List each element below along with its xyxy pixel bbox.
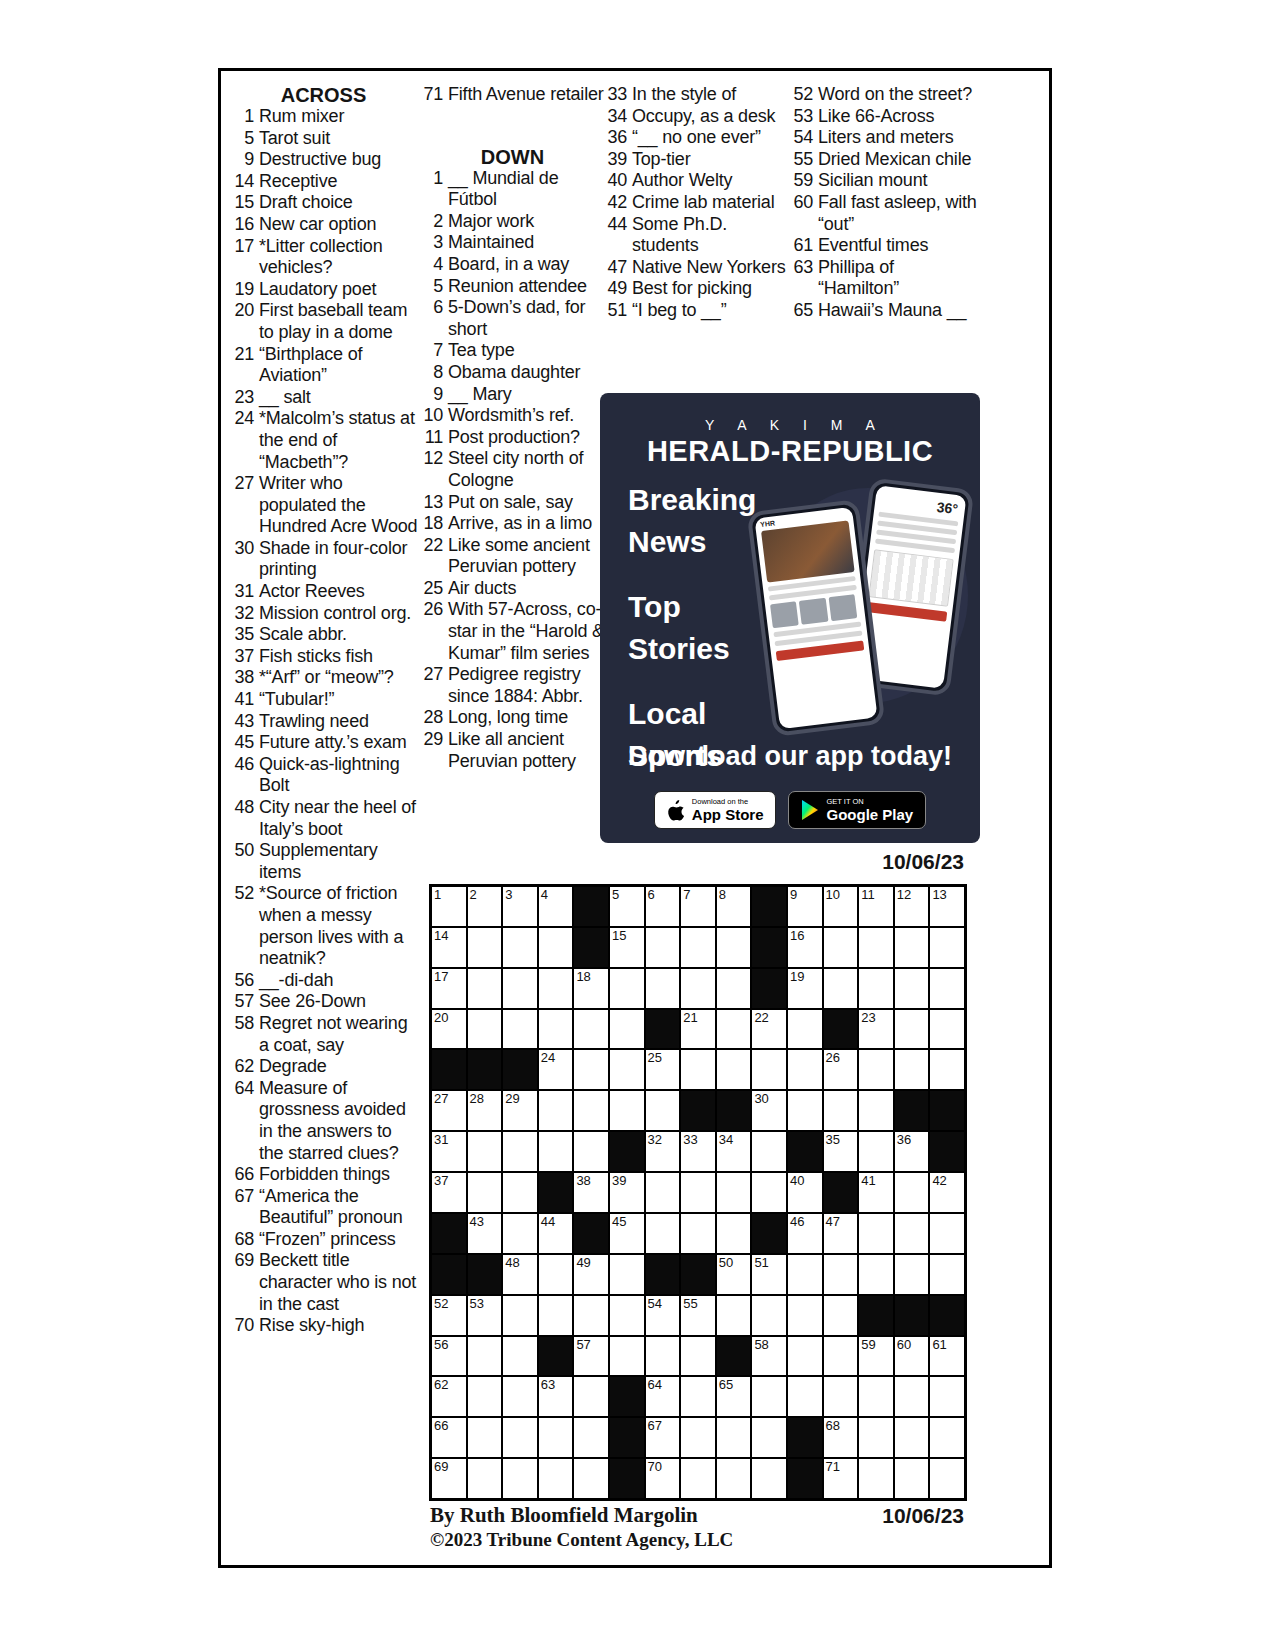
clue-number: 57 <box>228 991 254 1013</box>
grid-cell[interactable]: 60 <box>894 1336 930 1377</box>
clue-number: 42 <box>601 192 627 214</box>
grid-cell[interactable] <box>680 1458 716 1499</box>
grid-cell[interactable]: 48 <box>502 1254 538 1295</box>
grid-cell[interactable] <box>894 927 930 968</box>
grid-cell[interactable]: 55 <box>680 1295 716 1336</box>
clue-number: 68 <box>228 1229 254 1251</box>
grid-cell[interactable] <box>894 1417 930 1458</box>
grid-cell[interactable] <box>858 1376 894 1417</box>
grid-cell[interactable] <box>823 968 859 1009</box>
cell-number: 44 <box>541 1214 555 1229</box>
grid-cell[interactable]: 8 <box>716 886 752 927</box>
cell-number: 40 <box>790 1173 804 1188</box>
grid-cell[interactable] <box>751 1376 787 1417</box>
grid-cell[interactable] <box>716 1049 752 1090</box>
grid-cell[interactable]: 70 <box>645 1458 681 1499</box>
grid-cell[interactable] <box>751 1049 787 1090</box>
clue: 10Wordsmith’s ref. <box>417 405 608 427</box>
grid-cell[interactable] <box>716 968 752 1009</box>
grid-cell[interactable]: 4 <box>538 886 574 927</box>
clue-text: Like some ancient Peruvian pottery <box>448 535 608 578</box>
grid-cell[interactable] <box>467 1131 503 1172</box>
grid-cell[interactable]: 16 <box>787 927 823 968</box>
cell-number: 7 <box>683 887 690 902</box>
grid-cell[interactable]: 42 <box>929 1172 965 1213</box>
black-cell <box>929 1295 965 1336</box>
grid-cell[interactable] <box>680 1049 716 1090</box>
grid-cell[interactable]: 18 <box>573 968 609 1009</box>
grid-cell[interactable]: 54 <box>645 1295 681 1336</box>
clue-number: 14 <box>228 171 254 193</box>
cell-number: 4 <box>541 887 548 902</box>
grid-cell[interactable] <box>680 968 716 1009</box>
grid-cell[interactable] <box>538 968 574 1009</box>
grid-cell[interactable] <box>823 1336 859 1377</box>
grid-cell[interactable] <box>787 1254 823 1295</box>
grid-cell[interactable]: 30 <box>751 1090 787 1131</box>
grid-cell[interactable]: 33 <box>680 1131 716 1172</box>
grid-cell[interactable] <box>467 1336 503 1377</box>
grid-cell[interactable] <box>787 1090 823 1131</box>
black-cell <box>645 1254 681 1295</box>
clue: 19Laudatory poet <box>228 279 419 301</box>
grid-cell[interactable]: 37 <box>431 1172 467 1213</box>
grid-cell[interactable] <box>609 1336 645 1377</box>
clue: 26With 57-Across, co-star in the “Harold… <box>417 599 608 664</box>
grid-cell[interactable] <box>467 1376 503 1417</box>
clue-text: Tea type <box>448 340 608 362</box>
grid-cell[interactable]: 9 <box>787 886 823 927</box>
clue-number: 54 <box>787 127 813 149</box>
grid-cell[interactable]: 58 <box>751 1336 787 1377</box>
grid-cell[interactable]: 24 <box>538 1049 574 1090</box>
ad-feature: BreakingNews <box>628 479 756 563</box>
clue-text: Native New Yorkers <box>632 257 792 279</box>
grid-cell[interactable]: 19 <box>787 968 823 1009</box>
black-cell <box>858 1295 894 1336</box>
grid-cell[interactable] <box>787 1009 823 1050</box>
cell-number: 20 <box>434 1010 448 1025</box>
grid-cell[interactable]: 10 <box>823 886 859 927</box>
grid-cell[interactable] <box>929 1049 965 1090</box>
grid-cell[interactable]: 41 <box>858 1172 894 1213</box>
clue-text: “America the Beautiful” pronoun <box>259 1186 419 1229</box>
grid-cell[interactable] <box>680 1336 716 1377</box>
grid-cell[interactable] <box>894 1172 930 1213</box>
grid-cell[interactable] <box>680 1417 716 1458</box>
grid-cell[interactable] <box>467 1009 503 1050</box>
grid-cell[interactable] <box>538 1458 574 1499</box>
google-play-badge[interactable]: GET IT ON Google Play <box>788 791 926 829</box>
grid-cell[interactable] <box>858 968 894 1009</box>
grid-cell[interactable] <box>538 1131 574 1172</box>
grid-cell[interactable]: 36 <box>894 1131 930 1172</box>
grid-cell[interactable]: 27 <box>431 1090 467 1131</box>
grid-cell[interactable]: 25 <box>645 1049 681 1090</box>
grid-cell[interactable] <box>538 1254 574 1295</box>
cell-number: 56 <box>434 1337 448 1352</box>
crossword-grid: 1234567891011121314151617181920212223242… <box>429 884 967 1501</box>
clue-text: Rise sky-high <box>259 1315 419 1337</box>
grid-cell[interactable] <box>680 927 716 968</box>
grid-cell[interactable] <box>858 1213 894 1254</box>
grid-cell[interactable]: 22 <box>751 1009 787 1050</box>
newspaper-crossword-page: { "game": "crossword", "title": "LA Time… <box>0 0 1265 1638</box>
grid-cell[interactable] <box>502 1336 538 1377</box>
grid-cell[interactable]: 28 <box>467 1090 503 1131</box>
grid-cell[interactable] <box>645 968 681 1009</box>
clue-text: Trawling need <box>259 711 419 733</box>
clue-number: 55 <box>787 149 813 171</box>
grid-cell[interactable] <box>929 968 965 1009</box>
clue: 5Reunion attendee <box>417 276 608 298</box>
grid-cell[interactable] <box>573 1458 609 1499</box>
grid-cell[interactable] <box>858 1131 894 1172</box>
grid-cell[interactable] <box>823 1090 859 1131</box>
grid-cell[interactable] <box>716 1213 752 1254</box>
grid-cell[interactable]: 61 <box>929 1336 965 1377</box>
cell-number: 22 <box>754 1010 768 1025</box>
cell-number: 18 <box>576 969 590 984</box>
grid-cell[interactable]: 11 <box>858 886 894 927</box>
grid-cell[interactable]: 40 <box>787 1172 823 1213</box>
grid-cell[interactable]: 52 <box>431 1295 467 1336</box>
grid-cell[interactable] <box>894 1254 930 1295</box>
clue: 52Word on the street? <box>787 84 978 106</box>
grid-cell[interactable] <box>467 1458 503 1499</box>
cell-number: 5 <box>612 887 619 902</box>
clue-text: Occupy, as a desk <box>632 106 792 128</box>
grid-cell[interactable] <box>502 1131 538 1172</box>
cell-number: 43 <box>470 1214 484 1229</box>
clue-number: 40 <box>601 170 627 192</box>
grid-cell[interactable]: 34 <box>716 1131 752 1172</box>
grid-cell[interactable] <box>751 1295 787 1336</box>
clue-number: 39 <box>601 149 627 171</box>
grid-cell[interactable] <box>609 1295 645 1336</box>
grid-cell[interactable]: 53 <box>467 1295 503 1336</box>
grid-cell[interactable] <box>573 1049 609 1090</box>
clue-text: Author Welty <box>632 170 792 192</box>
grid-cell[interactable] <box>502 968 538 1009</box>
grid-cell[interactable] <box>929 1376 965 1417</box>
grid-cell[interactable] <box>751 1172 787 1213</box>
app-store-label: App Store <box>692 807 764 822</box>
grid-cell[interactable] <box>751 1417 787 1458</box>
grid-cell[interactable] <box>894 968 930 1009</box>
grid-cell[interactable] <box>823 1254 859 1295</box>
grid-cell[interactable] <box>929 1458 965 1499</box>
grid-cell[interactable]: 71 <box>823 1458 859 1499</box>
cell-number: 62 <box>434 1377 448 1392</box>
grid-cell[interactable] <box>502 1213 538 1254</box>
grid-cell[interactable] <box>787 1336 823 1377</box>
grid-cell[interactable] <box>538 1009 574 1050</box>
black-cell <box>573 927 609 968</box>
black-cell <box>751 886 787 927</box>
grid-cell[interactable] <box>751 1131 787 1172</box>
clue-text: Reunion attendee <box>448 276 608 298</box>
grid-cell[interactable] <box>502 1009 538 1050</box>
grid-cell[interactable] <box>787 1376 823 1417</box>
clue: 38*“Arf” or “meow”? <box>228 667 419 689</box>
grid-cell[interactable] <box>929 1009 965 1050</box>
grid-cell[interactable] <box>538 1090 574 1131</box>
grid-cell[interactable] <box>858 1417 894 1458</box>
grid-cell[interactable] <box>609 1009 645 1050</box>
clue: 55Dried Mexican chile <box>787 149 978 171</box>
black-cell <box>609 1131 645 1172</box>
grid-cell[interactable]: 31 <box>431 1131 467 1172</box>
grid-cell[interactable] <box>716 1458 752 1499</box>
clue: 22Like some ancient Peruvian pottery <box>417 535 608 578</box>
cell-number: 34 <box>719 1132 733 1147</box>
clue-number: 5 <box>417 276 443 298</box>
grid-cell[interactable] <box>502 1458 538 1499</box>
grid-cell[interactable] <box>573 1417 609 1458</box>
grid-cell[interactable]: 65 <box>716 1376 752 1417</box>
clue-text: New car option <box>259 214 419 236</box>
grid-cell[interactable] <box>929 1254 965 1295</box>
cell-number: 61 <box>932 1337 946 1352</box>
cell-number: 8 <box>719 887 726 902</box>
grid-cell[interactable] <box>894 1213 930 1254</box>
clue-number: 5 <box>228 128 254 150</box>
clue-number: 66 <box>228 1164 254 1186</box>
grid-cell[interactable] <box>823 1376 859 1417</box>
cell-number: 19 <box>790 969 804 984</box>
clue-text: Mission control org. <box>259 603 419 625</box>
grid-cell[interactable] <box>609 1090 645 1131</box>
grid-cell[interactable] <box>716 1009 752 1050</box>
clue-text: *Source of friction when a messy person … <box>259 883 419 969</box>
grid-cell[interactable]: 5 <box>609 886 645 927</box>
grid-cell[interactable] <box>467 927 503 968</box>
grid-cell[interactable] <box>858 1090 894 1131</box>
grid-cell[interactable] <box>680 1172 716 1213</box>
clue: 50Supplementary items <box>228 840 419 883</box>
grid-cell[interactable] <box>929 1417 965 1458</box>
grid-cell[interactable] <box>716 927 752 968</box>
google-play-tagline: GET IT ON <box>826 798 913 806</box>
grid-cell[interactable]: 50 <box>716 1254 752 1295</box>
grid-cell[interactable]: 1 <box>431 886 467 927</box>
grid-cell[interactable] <box>538 1417 574 1458</box>
clue-number: 48 <box>228 797 254 840</box>
grid-cell[interactable]: 47 <box>823 1213 859 1254</box>
grid-cell[interactable]: 66 <box>431 1417 467 1458</box>
grid-cell[interactable]: 57 <box>573 1336 609 1377</box>
copyright-line: ©2023 Tribune Content Agency, LLC <box>430 1529 733 1551</box>
clue-text: Obama daughter <box>448 362 608 384</box>
grid-cell[interactable]: 64 <box>645 1376 681 1417</box>
grid-cell[interactable]: 62 <box>431 1376 467 1417</box>
clue: 25Air ducts <box>417 578 608 600</box>
clue-number: 45 <box>228 732 254 754</box>
grid-cell[interactable] <box>858 1049 894 1090</box>
grid-cell[interactable] <box>609 1254 645 1295</box>
grid-cell[interactable] <box>716 1295 752 1336</box>
clue-text: Like all ancient Peruvian pottery <box>448 729 608 772</box>
cell-number: 53 <box>470 1296 484 1311</box>
grid-cell[interactable]: 23 <box>858 1009 894 1050</box>
grid-cell[interactable] <box>573 1376 609 1417</box>
clue-number: 21 <box>228 344 254 387</box>
grid-cell[interactable]: 15 <box>609 927 645 968</box>
grid-cell[interactable] <box>894 1376 930 1417</box>
clue-column-across: ACROSS1Rum mixer5Tarot suit9Destructive … <box>228 84 419 1337</box>
grid-cell[interactable] <box>609 968 645 1009</box>
grid-cell[interactable]: 39 <box>609 1172 645 1213</box>
grid-cell[interactable] <box>467 1172 503 1213</box>
clue-number: 70 <box>228 1315 254 1337</box>
grid-cell[interactable]: 26 <box>823 1049 859 1090</box>
grid-cell[interactable]: 69 <box>431 1458 467 1499</box>
grid-cell[interactable] <box>573 1131 609 1172</box>
grid-cell[interactable] <box>894 1049 930 1090</box>
grid-cell[interactable] <box>502 1172 538 1213</box>
grid-cell[interactable]: 56 <box>431 1336 467 1377</box>
grid-cell[interactable]: 21 <box>680 1009 716 1050</box>
clue-number: 22 <box>417 535 443 578</box>
clue-text: Pedigree registry since 1884: Abbr. <box>448 664 608 707</box>
grid-cell[interactable] <box>467 968 503 1009</box>
clue: 70Rise sky-high <box>228 1315 419 1337</box>
clue: 65-Down’s dad, for short <box>417 297 608 340</box>
grid-cell[interactable]: 63 <box>538 1376 574 1417</box>
clue-text: *Litter collection vehicles? <box>259 236 419 279</box>
grid-cell[interactable] <box>502 1295 538 1336</box>
grid-cell[interactable]: 12 <box>894 886 930 927</box>
grid-cell[interactable] <box>467 1417 503 1458</box>
grid-cell[interactable] <box>716 1417 752 1458</box>
grid-cell[interactable] <box>609 1049 645 1090</box>
grid-cell[interactable] <box>751 1458 787 1499</box>
clue: 64Measure of grossness avoided in the an… <box>228 1078 419 1164</box>
clue-number: 12 <box>417 448 443 491</box>
cell-number: 21 <box>683 1010 697 1025</box>
grid-cell[interactable] <box>645 1336 681 1377</box>
grid-cell[interactable]: 2 <box>467 886 503 927</box>
grid-cell[interactable]: 13 <box>929 886 965 927</box>
clue-number: 52 <box>787 84 813 106</box>
grid-cell[interactable] <box>680 1213 716 1254</box>
grid-cell[interactable]: 3 <box>502 886 538 927</box>
grid-cell[interactable] <box>680 1376 716 1417</box>
grid-cell[interactable] <box>573 1009 609 1050</box>
grid-cell[interactable]: 67 <box>645 1417 681 1458</box>
clue: 15Draft choice <box>228 192 419 214</box>
grid-cell[interactable]: 49 <box>573 1254 609 1295</box>
grid-cell[interactable] <box>823 927 859 968</box>
grid-cell[interactable] <box>787 1049 823 1090</box>
grid-cell[interactable]: 32 <box>645 1131 681 1172</box>
grid-cell[interactable] <box>929 1213 965 1254</box>
clue: 60Fall fast asleep, with “out” <box>787 192 978 235</box>
clue-text: *“Arf” or “meow”? <box>259 667 419 689</box>
grid-cell[interactable]: 7 <box>680 886 716 927</box>
clue: 20First baseball team to play in a dome <box>228 300 419 343</box>
grid-cell[interactable]: 46 <box>787 1213 823 1254</box>
grid-cell[interactable]: 6 <box>645 886 681 927</box>
grid-cell[interactable] <box>573 1295 609 1336</box>
clue-text: Actor Reeves <box>259 581 419 603</box>
grid-cell[interactable] <box>787 1295 823 1336</box>
grid-cell[interactable] <box>573 1090 609 1131</box>
clue: 31Actor Reeves <box>228 581 419 603</box>
cell-number: 55 <box>683 1296 697 1311</box>
grid-cell[interactable]: 17 <box>431 968 467 1009</box>
clue-column-down-2: 33In the style of34Occupy, as a desk36“_… <box>601 84 792 322</box>
grid-cell[interactable]: 44 <box>538 1213 574 1254</box>
clue: 24*Malcolm’s status at the end of “Macbe… <box>228 408 419 473</box>
grid-cell[interactable]: 51 <box>751 1254 787 1295</box>
grid-cell[interactable] <box>538 1295 574 1336</box>
clue-text: Fall fast asleep, with “out” <box>818 192 978 235</box>
cell-number: 38 <box>576 1173 590 1188</box>
grid-cell[interactable] <box>645 1172 681 1213</box>
clue-number: 30 <box>228 538 254 581</box>
cell-number: 15 <box>612 928 626 943</box>
clue: 29Like all ancient Peruvian pottery <box>417 729 608 772</box>
grid-cell[interactable] <box>645 1090 681 1131</box>
clue-number: 50 <box>228 840 254 883</box>
grid-cell[interactable]: 45 <box>609 1213 645 1254</box>
grid-cell[interactable] <box>716 1172 752 1213</box>
grid-cell[interactable]: 38 <box>573 1172 609 1213</box>
clue-text: Air ducts <box>448 578 608 600</box>
grid-cell[interactable] <box>502 1417 538 1458</box>
cell-number: 1 <box>434 887 441 902</box>
grid-cell[interactable] <box>929 927 965 968</box>
clue: 9Destructive bug <box>228 149 419 171</box>
clue-text: Steel city north of Cologne <box>448 448 608 491</box>
cell-number: 35 <box>826 1132 840 1147</box>
cell-number: 66 <box>434 1418 448 1433</box>
grid-cell[interactable]: 59 <box>858 1336 894 1377</box>
clue-text: Best for picking <box>632 278 792 300</box>
grid-cell[interactable] <box>502 1376 538 1417</box>
grid-cell[interactable] <box>502 927 538 968</box>
grid-cell[interactable]: 43 <box>467 1213 503 1254</box>
grid-cell[interactable]: 35 <box>823 1131 859 1172</box>
grid-cell[interactable]: 14 <box>431 927 467 968</box>
grid-cell[interactable]: 29 <box>502 1090 538 1131</box>
grid-cell[interactable] <box>894 1009 930 1050</box>
grid-cell[interactable] <box>858 1254 894 1295</box>
ad-brand-name: HERALD-REPUBLIC <box>600 435 980 468</box>
black-cell <box>751 968 787 1009</box>
grid-cell[interactable]: 20 <box>431 1009 467 1050</box>
app-store-badge[interactable]: Download on the App Store <box>654 791 777 829</box>
clue-number: 38 <box>228 667 254 689</box>
grid-cell[interactable] <box>538 927 574 968</box>
cell-number: 24 <box>541 1050 555 1065</box>
grid-cell[interactable] <box>894 1458 930 1499</box>
cell-number: 64 <box>648 1377 662 1392</box>
black-cell <box>573 886 609 927</box>
clue-text: Put on sale, say <box>448 492 608 514</box>
grid-cell[interactable] <box>858 927 894 968</box>
clue: 37Fish sticks fish <box>228 646 419 668</box>
grid-cell[interactable] <box>645 927 681 968</box>
puzzle-date-top: 10/06/23 <box>764 850 964 874</box>
grid-cell[interactable]: 68 <box>823 1417 859 1458</box>
clue: 35Scale abbr. <box>228 624 419 646</box>
grid-cell[interactable] <box>858 1458 894 1499</box>
grid-cell[interactable] <box>645 1213 681 1254</box>
grid-cell[interactable] <box>823 1295 859 1336</box>
